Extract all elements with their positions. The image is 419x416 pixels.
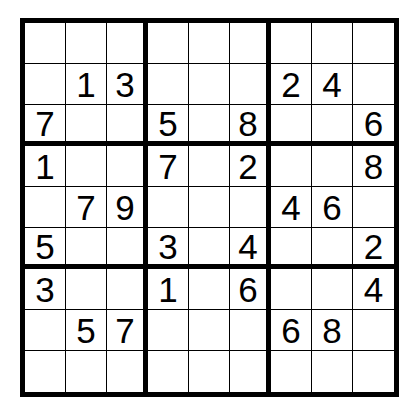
cell-r1c7[interactable]: [271, 23, 312, 64]
cell-r8c3[interactable]: 7: [107, 310, 148, 351]
cell-r4c5[interactable]: [189, 146, 230, 187]
cell-r6c2[interactable]: [66, 228, 107, 269]
cell-r9c8[interactable]: [312, 351, 353, 392]
cell-r5c9[interactable]: [353, 187, 394, 228]
cell-r7c2[interactable]: [66, 269, 107, 310]
cell-r4c7[interactable]: [271, 146, 312, 187]
cell-r4c9[interactable]: 8: [353, 146, 394, 187]
cell-r1c3[interactable]: [107, 23, 148, 64]
cell-r8c1[interactable]: [25, 310, 66, 351]
cell-r7c3[interactable]: [107, 269, 148, 310]
cell-r1c2[interactable]: [66, 23, 107, 64]
cell-r4c2[interactable]: [66, 146, 107, 187]
cell-r9c9[interactable]: [353, 351, 394, 392]
cell-r7c8[interactable]: [312, 269, 353, 310]
cell-r2c2[interactable]: 1: [66, 64, 107, 105]
cell-r5c1[interactable]: [25, 187, 66, 228]
cell-r9c4[interactable]: [148, 351, 189, 392]
cell-r6c1[interactable]: 5: [25, 228, 66, 269]
cell-r8c6[interactable]: [230, 310, 271, 351]
cell-r5c6[interactable]: [230, 187, 271, 228]
cell-r8c7[interactable]: 6: [271, 310, 312, 351]
cell-r1c1[interactable]: [25, 23, 66, 64]
cell-r8c2[interactable]: 5: [66, 310, 107, 351]
cell-r2c5[interactable]: [189, 64, 230, 105]
cell-r2c7[interactable]: 2: [271, 64, 312, 105]
cell-r3c5[interactable]: [189, 105, 230, 146]
cell-r6c4[interactable]: 3: [148, 228, 189, 269]
cell-r7c4[interactable]: 1: [148, 269, 189, 310]
cell-r9c7[interactable]: [271, 351, 312, 392]
cell-r9c6[interactable]: [230, 351, 271, 392]
cell-r5c3[interactable]: 9: [107, 187, 148, 228]
cell-r9c1[interactable]: [25, 351, 66, 392]
cell-r6c8[interactable]: [312, 228, 353, 269]
cell-r8c8[interactable]: 8: [312, 310, 353, 351]
cell-r8c4[interactable]: [148, 310, 189, 351]
cell-r3c2[interactable]: [66, 105, 107, 146]
cell-r6c7[interactable]: [271, 228, 312, 269]
cell-r1c6[interactable]: [230, 23, 271, 64]
cell-r9c2[interactable]: [66, 351, 107, 392]
cell-r5c7[interactable]: 4: [271, 187, 312, 228]
cell-r1c8[interactable]: [312, 23, 353, 64]
cell-r4c4[interactable]: 7: [148, 146, 189, 187]
cell-r1c5[interactable]: [189, 23, 230, 64]
cell-r3c3[interactable]: [107, 105, 148, 146]
cell-r4c3[interactable]: [107, 146, 148, 187]
cell-r7c1[interactable]: 3: [25, 269, 66, 310]
cell-r3c6[interactable]: 8: [230, 105, 271, 146]
cell-r3c9[interactable]: 6: [353, 105, 394, 146]
cell-r2c3[interactable]: 3: [107, 64, 148, 105]
cell-r5c8[interactable]: 6: [312, 187, 353, 228]
cell-r2c4[interactable]: [148, 64, 189, 105]
cell-r8c5[interactable]: [189, 310, 230, 351]
cell-r2c9[interactable]: [353, 64, 394, 105]
cell-r6c5[interactable]: [189, 228, 230, 269]
cell-r7c7[interactable]: [271, 269, 312, 310]
cell-r2c6[interactable]: [230, 64, 271, 105]
cell-r9c3[interactable]: [107, 351, 148, 392]
cell-r4c6[interactable]: 2: [230, 146, 271, 187]
cell-r8c9[interactable]: [353, 310, 394, 351]
cell-r4c1[interactable]: 1: [25, 146, 66, 187]
cell-r6c9[interactable]: 2: [353, 228, 394, 269]
cell-r4c8[interactable]: [312, 146, 353, 187]
cell-r3c7[interactable]: [271, 105, 312, 146]
cell-r6c3[interactable]: [107, 228, 148, 269]
cell-r2c1[interactable]: [25, 64, 66, 105]
cell-r9c5[interactable]: [189, 351, 230, 392]
cell-r5c5[interactable]: [189, 187, 230, 228]
cell-r7c6[interactable]: 6: [230, 269, 271, 310]
cell-r5c2[interactable]: 7: [66, 187, 107, 228]
cell-r5c4[interactable]: [148, 187, 189, 228]
cell-r3c4[interactable]: 5: [148, 105, 189, 146]
cell-r3c1[interactable]: 7: [25, 105, 66, 146]
cell-r3c8[interactable]: [312, 105, 353, 146]
cell-r1c4[interactable]: [148, 23, 189, 64]
cell-r6c6[interactable]: 4: [230, 228, 271, 269]
cell-r2c8[interactable]: 4: [312, 64, 353, 105]
cell-r1c9[interactable]: [353, 23, 394, 64]
sudoku-board: 1 3 2 4 7 5 8 6 1 7 2 8 7 9 4 6 5 3 4 2 …: [20, 18, 399, 397]
cell-r7c5[interactable]: [189, 269, 230, 310]
cell-r7c9[interactable]: 4: [353, 269, 394, 310]
